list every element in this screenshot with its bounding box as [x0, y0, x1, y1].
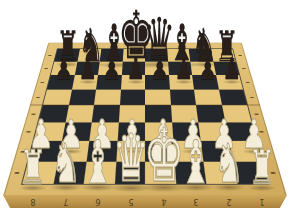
black-pawn-2: ♟: [78, 54, 99, 84]
white-rook-a: ♜: [18, 143, 48, 191]
white-knight-g: ♞: [212, 137, 245, 191]
pieces-layer: ♜♞♝♚♛♝♞♜♟♟♟♟♟♟♟♟♟♟♟♟♟♟♟♟♜♞♝♛♚♝♞♜: [0, 0, 290, 220]
white-knight-b: ♞: [49, 137, 82, 191]
black-pawn-3: ♟: [102, 54, 123, 84]
white-bishop-f: ♝: [177, 132, 214, 192]
chess-set-photo: 87654321 ♜♞♝♚♛♝♞♜♟♟♟♟♟♟♟♟♟♟♟♟♟♟♟♟♜♞♝♛♚♝♞…: [0, 0, 290, 220]
black-pawn-8: ♟: [222, 54, 243, 84]
white-rook-h: ♜: [247, 143, 277, 191]
black-pawn-5: ♟: [150, 54, 171, 84]
black-pawn-6: ♟: [174, 54, 195, 84]
black-pawn-7: ♟: [198, 54, 219, 84]
black-pawn-1: ♟: [54, 54, 75, 84]
black-pawn-4: ♟: [126, 54, 147, 84]
